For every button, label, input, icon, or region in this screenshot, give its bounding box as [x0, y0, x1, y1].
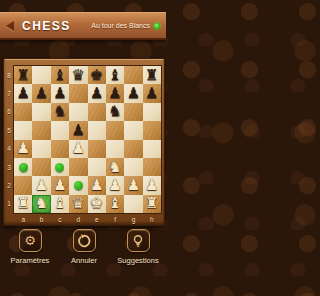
- settings-button-label: Paramètres: [11, 256, 50, 265]
- rank-label-8: 8: [4, 66, 14, 84]
- square-f4[interactable]: [106, 140, 124, 158]
- square-f3[interactable]: ♞: [106, 158, 124, 176]
- square-d1[interactable]: ♛: [69, 195, 87, 213]
- square-d2[interactable]: [69, 176, 87, 194]
- legal-move-dot[interactable]: [74, 181, 83, 190]
- square-g5[interactable]: [124, 121, 142, 139]
- piece-black-pawn[interactable]: ♟: [127, 86, 140, 101]
- gear-icon: ⚙: [24, 234, 36, 247]
- file-labels: abcdefgh: [14, 213, 161, 225]
- square-h7[interactable]: ♟: [143, 84, 161, 102]
- square-b2[interactable]: ♟: [32, 176, 50, 194]
- square-e1[interactable]: ♚: [88, 195, 106, 213]
- rank-label-5: 5: [4, 121, 14, 139]
- square-e8[interactable]: ♚: [88, 66, 106, 84]
- square-b7[interactable]: ♟: [32, 84, 50, 102]
- piece-black-queen[interactable]: ♛: [72, 68, 85, 83]
- square-d6[interactable]: [69, 103, 87, 121]
- chess-board: 87654321 ♜♝♛♚♝♜♟♟♟♟♟♟♟♞♞♟♟♟♞♟♟♟♟♟♟♜♞♝♛♚♝…: [3, 58, 165, 226]
- rank-label-7: 7: [4, 84, 14, 102]
- rank-label-3: 3: [4, 158, 14, 176]
- piece-white-pawn[interactable]: ♟: [53, 178, 66, 193]
- piece-black-pawn[interactable]: ♟: [72, 123, 85, 138]
- file-label-b: b: [32, 213, 50, 225]
- square-c6[interactable]: ♞: [51, 103, 69, 121]
- square-b5[interactable]: [32, 121, 50, 139]
- piece-white-bishop[interactable]: ♝: [53, 196, 66, 211]
- square-g2[interactable]: ♟: [124, 176, 142, 194]
- square-b4[interactable]: [32, 140, 50, 158]
- square-f7[interactable]: ♟: [106, 84, 124, 102]
- piece-white-pawn[interactable]: ♟: [16, 141, 29, 156]
- file-label-d: d: [69, 213, 87, 225]
- square-g6[interactable]: [124, 103, 142, 121]
- piece-black-pawn[interactable]: ♟: [16, 86, 29, 101]
- file-label-g: g: [124, 213, 142, 225]
- square-b1[interactable]: ♞: [32, 195, 50, 213]
- square-a4[interactable]: ♟: [14, 140, 32, 158]
- board-squares: ♜♝♛♚♝♜♟♟♟♟♟♟♟♞♞♟♟♟♞♟♟♟♟♟♟♜♞♝♛♚♝♜: [14, 66, 161, 213]
- piece-black-bishop[interactable]: ♝: [108, 68, 121, 83]
- square-h6[interactable]: [143, 103, 161, 121]
- square-f8[interactable]: ♝: [106, 66, 124, 84]
- square-c2[interactable]: ♟: [51, 176, 69, 194]
- square-h3[interactable]: [143, 158, 161, 176]
- square-e2[interactable]: ♟: [88, 176, 106, 194]
- undo-button-box[interactable]: [73, 229, 96, 252]
- square-f5[interactable]: [106, 121, 124, 139]
- piece-white-pawn[interactable]: ♟: [145, 178, 158, 193]
- square-c1[interactable]: ♝: [51, 195, 69, 213]
- piece-white-knight[interactable]: ♞: [108, 160, 121, 175]
- square-g8[interactable]: [124, 66, 142, 84]
- piece-black-knight[interactable]: ♞: [53, 104, 66, 119]
- turn-status: Au tour des Blancs: [91, 22, 160, 29]
- lightbulb-icon: [131, 234, 145, 248]
- piece-black-pawn[interactable]: ♟: [108, 86, 121, 101]
- piece-black-king[interactable]: ♚: [90, 68, 103, 83]
- square-e3[interactable]: [88, 158, 106, 176]
- square-f6[interactable]: ♞: [106, 103, 124, 121]
- piece-black-rook[interactable]: ♜: [145, 68, 158, 83]
- turn-status-text: Au tour des Blancs: [91, 22, 150, 29]
- piece-white-pawn[interactable]: ♟: [35, 178, 48, 193]
- square-a3[interactable]: [14, 158, 32, 176]
- square-e4[interactable]: [88, 140, 106, 158]
- controls-bar: ⚙ Paramètres Annuler Suggestions: [0, 229, 166, 269]
- legal-move-dot[interactable]: [55, 163, 64, 172]
- square-e5[interactable]: [88, 121, 106, 139]
- square-c4[interactable]: [51, 140, 69, 158]
- square-d5[interactable]: ♟: [69, 121, 87, 139]
- square-c3[interactable]: [51, 158, 69, 176]
- square-b8[interactable]: [32, 66, 50, 84]
- square-a8[interactable]: ♜: [14, 66, 32, 84]
- square-d4[interactable]: ♟: [69, 140, 87, 158]
- square-a6[interactable]: [14, 103, 32, 121]
- square-h5[interactable]: [143, 121, 161, 139]
- piece-white-queen[interactable]: ♛: [72, 196, 85, 211]
- square-d8[interactable]: ♛: [69, 66, 87, 84]
- square-c5[interactable]: [51, 121, 69, 139]
- rank-label-6: 6: [4, 103, 14, 121]
- square-h2[interactable]: ♟: [143, 176, 161, 194]
- settings-button-box[interactable]: ⚙: [19, 229, 42, 252]
- turn-indicator-dot: [154, 23, 160, 29]
- square-e7[interactable]: ♟: [88, 84, 106, 102]
- piece-white-pawn[interactable]: ♟: [90, 178, 103, 193]
- piece-white-knight[interactable]: ♞: [35, 196, 48, 211]
- square-a5[interactable]: [14, 121, 32, 139]
- piece-white-king[interactable]: ♚: [90, 196, 103, 211]
- file-label-c: c: [51, 213, 69, 225]
- piece-black-pawn[interactable]: ♟: [90, 86, 103, 101]
- rank-label-1: 1: [4, 195, 14, 213]
- square-f1[interactable]: ♝: [106, 195, 124, 213]
- square-g7[interactable]: ♟: [124, 84, 142, 102]
- file-label-a: a: [14, 213, 32, 225]
- piece-white-bishop[interactable]: ♝: [108, 196, 121, 211]
- file-label-h: h: [143, 213, 161, 225]
- suggestions-button[interactable]: Suggestions: [114, 229, 162, 265]
- piece-black-bishop[interactable]: ♝: [53, 68, 66, 83]
- square-a7[interactable]: ♟: [14, 84, 32, 102]
- file-label-e: e: [88, 213, 106, 225]
- suggestions-button-label: Suggestions: [117, 256, 158, 265]
- square-b6[interactable]: [32, 103, 50, 121]
- piece-black-rook[interactable]: ♜: [16, 68, 29, 83]
- square-a1[interactable]: ♜: [14, 195, 32, 213]
- square-e6[interactable]: [88, 103, 106, 121]
- square-b3[interactable]: [32, 158, 50, 176]
- square-d7[interactable]: [69, 84, 87, 102]
- piece-white-rook[interactable]: ♜: [16, 196, 29, 211]
- legal-move-dot[interactable]: [19, 163, 28, 172]
- settings-button[interactable]: ⚙ Paramètres: [6, 229, 54, 265]
- square-h4[interactable]: [143, 140, 161, 158]
- piece-white-pawn[interactable]: ♟: [108, 178, 121, 193]
- rank-labels: 87654321: [4, 66, 14, 213]
- piece-black-pawn[interactable]: ♟: [53, 86, 66, 101]
- rank-label-2: 2: [4, 176, 14, 194]
- rank-label-4: 4: [4, 140, 14, 158]
- piece-white-rook[interactable]: ♜: [145, 196, 158, 211]
- square-d3[interactable]: [69, 158, 87, 176]
- square-c8[interactable]: ♝: [51, 66, 69, 84]
- square-g4[interactable]: [124, 140, 142, 158]
- undo-button[interactable]: Annuler: [60, 229, 108, 265]
- file-label-f: f: [106, 213, 124, 225]
- square-g1[interactable]: [124, 195, 142, 213]
- piece-black-pawn[interactable]: ♟: [145, 86, 158, 101]
- square-f2[interactable]: ♟: [106, 176, 124, 194]
- square-a2[interactable]: [14, 176, 32, 194]
- app-title: CHESS: [22, 19, 71, 33]
- header-bar: CHESS Au tour des Blancs: [0, 12, 166, 40]
- piece-black-pawn[interactable]: ♟: [35, 86, 48, 101]
- piece-black-knight[interactable]: ♞: [108, 104, 121, 119]
- square-h8[interactable]: ♜: [143, 66, 161, 84]
- square-g3[interactable]: [124, 158, 142, 176]
- square-h1[interactable]: ♜: [143, 195, 161, 213]
- undo-button-label: Annuler: [71, 256, 97, 265]
- piece-white-pawn[interactable]: ♟: [127, 178, 140, 193]
- undo-icon: [77, 234, 91, 248]
- square-c7[interactable]: ♟: [51, 84, 69, 102]
- piece-white-pawn[interactable]: ♟: [72, 141, 85, 156]
- suggestions-button-box[interactable]: [127, 229, 150, 252]
- back-arrow-icon[interactable]: [6, 21, 14, 31]
